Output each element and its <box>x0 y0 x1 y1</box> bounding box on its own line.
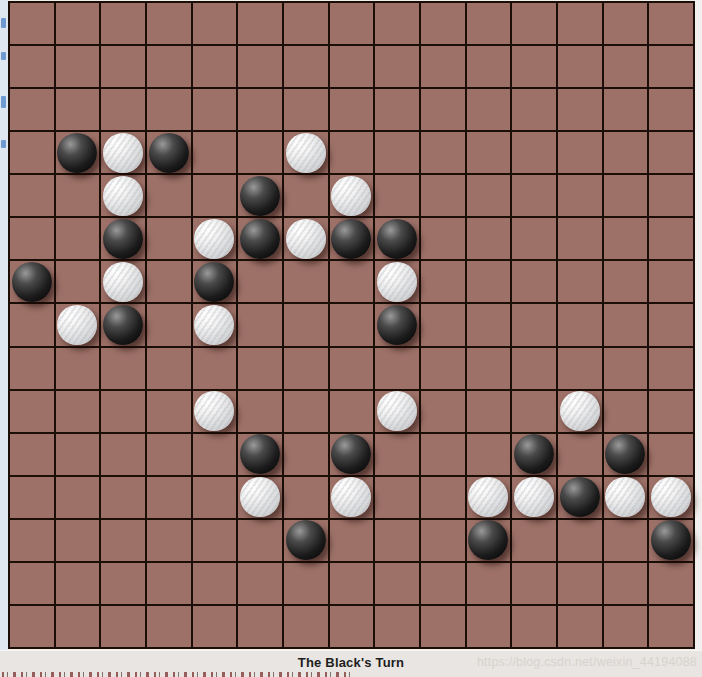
board-cell[interactable] <box>147 391 191 432</box>
board-cell[interactable] <box>558 261 602 302</box>
board-cell[interactable] <box>193 563 237 604</box>
board-cell[interactable] <box>375 3 419 44</box>
board-cell[interactable] <box>193 175 237 216</box>
board-cell[interactable] <box>147 3 191 44</box>
white-stone <box>103 262 143 302</box>
board-cell[interactable] <box>558 3 602 44</box>
board-cell[interactable] <box>421 520 465 561</box>
board-cell[interactable] <box>421 304 465 345</box>
board-cell[interactable] <box>649 304 693 345</box>
board-cell[interactable] <box>10 175 54 216</box>
board-cell[interactable] <box>238 89 282 130</box>
board-cell[interactable] <box>56 3 100 44</box>
board-cell[interactable] <box>330 434 374 475</box>
board-cell[interactable] <box>56 218 100 259</box>
white-stone <box>194 391 234 431</box>
board-cell[interactable] <box>558 477 602 518</box>
board-cell[interactable] <box>421 132 465 173</box>
board-cell[interactable] <box>604 218 648 259</box>
board-cell[interactable] <box>238 46 282 87</box>
board-cell[interactable] <box>284 520 328 561</box>
window-left-edge <box>0 0 8 677</box>
board-cell[interactable] <box>649 434 693 475</box>
board-cell[interactable] <box>421 563 465 604</box>
white-stone <box>194 219 234 259</box>
board-cell[interactable] <box>101 391 145 432</box>
board-cell[interactable] <box>238 132 282 173</box>
board-cell[interactable] <box>147 175 191 216</box>
board-cell[interactable] <box>10 477 54 518</box>
board-cell[interactable] <box>467 520 511 561</box>
black-stone <box>605 434 645 474</box>
white-stone <box>468 477 508 517</box>
board-cell[interactable] <box>512 89 556 130</box>
board-cell[interactable] <box>284 3 328 44</box>
board-cell[interactable] <box>56 391 100 432</box>
board-cell[interactable] <box>604 477 648 518</box>
board-cell[interactable] <box>10 348 54 389</box>
board-cell[interactable] <box>375 261 419 302</box>
board-cell[interactable] <box>649 563 693 604</box>
board-cell[interactable] <box>330 218 374 259</box>
board-cell[interactable] <box>284 132 328 173</box>
black-stone <box>194 262 234 302</box>
board-cell[interactable] <box>10 520 54 561</box>
board-cell[interactable] <box>10 46 54 87</box>
board-cell[interactable] <box>467 89 511 130</box>
game-board <box>8 1 695 649</box>
black-stone <box>240 434 280 474</box>
board-cell[interactable] <box>512 434 556 475</box>
board-cell[interactable] <box>604 563 648 604</box>
csdn-watermark-text: https://blog.csdn.net/weixin_44194088 <box>477 655 697 669</box>
board-cell[interactable] <box>193 132 237 173</box>
board-cell[interactable] <box>330 304 374 345</box>
board-cell[interactable] <box>147 606 191 647</box>
board-cell[interactable] <box>649 3 693 44</box>
board-cell[interactable] <box>56 89 100 130</box>
black-stone <box>286 520 326 560</box>
board-cell[interactable] <box>375 304 419 345</box>
board-cell[interactable] <box>512 218 556 259</box>
board-cell[interactable] <box>56 46 100 87</box>
black-stone <box>103 219 143 259</box>
board-cell[interactable] <box>375 89 419 130</box>
board-cell[interactable] <box>604 46 648 87</box>
board-cell[interactable] <box>193 304 237 345</box>
board-cell[interactable] <box>467 132 511 173</box>
board-cell[interactable] <box>10 218 54 259</box>
white-stone <box>103 176 143 216</box>
board-cell[interactable] <box>649 477 693 518</box>
board-cell[interactable] <box>467 46 511 87</box>
white-stone <box>651 477 691 517</box>
board-cell[interactable] <box>649 520 693 561</box>
board-cell[interactable] <box>512 563 556 604</box>
board-cell[interactable] <box>604 3 648 44</box>
white-stone <box>286 219 326 259</box>
board-cell[interactable] <box>101 606 145 647</box>
board-cell[interactable] <box>604 520 648 561</box>
board-cell[interactable] <box>147 89 191 130</box>
board-cell[interactable] <box>604 434 648 475</box>
board-cell[interactable] <box>421 434 465 475</box>
board-cell[interactable] <box>649 132 693 173</box>
board-cell[interactable] <box>238 563 282 604</box>
board-cell[interactable] <box>330 175 374 216</box>
board-cell[interactable] <box>10 261 54 302</box>
board-cell[interactable] <box>375 175 419 216</box>
board-cell[interactable] <box>147 46 191 87</box>
board-cell[interactable] <box>421 46 465 87</box>
board-cell[interactable] <box>147 132 191 173</box>
board-cell[interactable] <box>10 563 54 604</box>
board-cell[interactable] <box>649 46 693 87</box>
left-edge-mark <box>1 18 6 28</box>
board-cell[interactable] <box>330 477 374 518</box>
white-stone <box>560 391 600 431</box>
board-cell[interactable] <box>238 218 282 259</box>
board-cell[interactable] <box>56 261 100 302</box>
board-cell[interactable] <box>56 304 100 345</box>
board-cell[interactable] <box>649 218 693 259</box>
black-stone <box>651 520 691 560</box>
board-cell[interactable] <box>193 477 237 518</box>
black-stone <box>149 133 189 173</box>
board-cell[interactable] <box>193 391 237 432</box>
board-cell[interactable] <box>512 46 556 87</box>
board-cell[interactable] <box>421 477 465 518</box>
board-cell[interactable] <box>375 563 419 604</box>
board-cell[interactable] <box>56 132 100 173</box>
board-cell[interactable] <box>330 46 374 87</box>
board-cell[interactable] <box>512 348 556 389</box>
board-cell[interactable] <box>604 606 648 647</box>
board-cell[interactable] <box>558 304 602 345</box>
board-cell[interactable] <box>101 348 145 389</box>
board-cell[interactable] <box>421 89 465 130</box>
board-cell[interactable] <box>649 89 693 130</box>
board-cell[interactable] <box>284 46 328 87</box>
black-stone <box>103 305 143 345</box>
board-cell[interactable] <box>467 563 511 604</box>
board-cell[interactable] <box>238 434 282 475</box>
board-cell[interactable] <box>375 520 419 561</box>
board-cell[interactable] <box>238 477 282 518</box>
board-cell[interactable] <box>649 606 693 647</box>
board-cell[interactable] <box>284 348 328 389</box>
black-stone <box>240 176 280 216</box>
board-cell[interactable] <box>421 218 465 259</box>
white-stone <box>331 176 371 216</box>
board-cell[interactable] <box>56 348 100 389</box>
board-cell[interactable] <box>512 477 556 518</box>
board-cell[interactable] <box>604 261 648 302</box>
board-cell[interactable] <box>421 175 465 216</box>
clipped-text-remnant <box>2 672 354 677</box>
board-cell[interactable] <box>558 606 602 647</box>
board-cell[interactable] <box>558 132 602 173</box>
board-cell[interactable] <box>10 391 54 432</box>
board-cell[interactable] <box>512 3 556 44</box>
board-cell[interactable] <box>330 261 374 302</box>
board-cell[interactable] <box>604 89 648 130</box>
board-cell[interactable] <box>238 304 282 345</box>
board-cell[interactable] <box>467 348 511 389</box>
white-stone <box>605 477 645 517</box>
board-cell[interactable] <box>147 563 191 604</box>
board-cell[interactable] <box>558 563 602 604</box>
board-cell[interactable] <box>101 175 145 216</box>
board-cell[interactable] <box>284 606 328 647</box>
board-cell[interactable] <box>101 132 145 173</box>
board-cell[interactable] <box>193 434 237 475</box>
board-cell[interactable] <box>56 434 100 475</box>
left-edge-mark <box>1 52 6 60</box>
board-cell[interactable] <box>101 3 145 44</box>
board-cell[interactable] <box>238 261 282 302</box>
board-cell[interactable] <box>330 606 374 647</box>
board-cell[interactable] <box>604 132 648 173</box>
board-cell[interactable] <box>375 434 419 475</box>
board-cell[interactable] <box>101 477 145 518</box>
board-cell[interactable] <box>101 434 145 475</box>
board-cell[interactable] <box>467 304 511 345</box>
black-stone <box>377 219 417 259</box>
board-cell[interactable] <box>147 348 191 389</box>
black-stone <box>331 219 371 259</box>
board-cell[interactable] <box>284 477 328 518</box>
board-cell[interactable] <box>284 434 328 475</box>
board-cell[interactable] <box>56 563 100 604</box>
board-cell[interactable] <box>10 89 54 130</box>
black-stone <box>377 305 417 345</box>
board-cell[interactable] <box>330 132 374 173</box>
board-cell[interactable] <box>284 563 328 604</box>
board-cell[interactable] <box>558 89 602 130</box>
board-cell[interactable] <box>604 391 648 432</box>
board-cell[interactable] <box>421 3 465 44</box>
board-cell[interactable] <box>421 391 465 432</box>
left-edge-mark <box>1 96 6 108</box>
board-cell[interactable] <box>467 434 511 475</box>
board-cell[interactable] <box>101 261 145 302</box>
board-cell[interactable] <box>467 175 511 216</box>
board-cell[interactable] <box>284 304 328 345</box>
board-cell[interactable] <box>147 477 191 518</box>
board-cell[interactable] <box>193 3 237 44</box>
white-stone <box>194 305 234 345</box>
white-stone <box>331 477 371 517</box>
board-cell[interactable] <box>604 304 648 345</box>
board-cell[interactable] <box>193 348 237 389</box>
board-cell[interactable] <box>238 175 282 216</box>
board-cell[interactable] <box>238 606 282 647</box>
white-stone <box>286 133 326 173</box>
board-cell[interactable] <box>10 434 54 475</box>
left-edge-mark <box>1 140 6 148</box>
board-cell[interactable] <box>238 3 282 44</box>
window-right-edge <box>695 0 702 650</box>
board-cell[interactable] <box>375 606 419 647</box>
black-stone <box>468 520 508 560</box>
white-stone <box>103 133 143 173</box>
black-stone <box>331 434 371 474</box>
board-cell[interactable] <box>467 606 511 647</box>
board-cell[interactable] <box>101 520 145 561</box>
board-cell[interactable] <box>147 434 191 475</box>
board-cell[interactable] <box>421 348 465 389</box>
board-cell[interactable] <box>56 477 100 518</box>
board-cell[interactable] <box>512 304 556 345</box>
board-cell[interactable] <box>284 89 328 130</box>
board-cell[interactable] <box>238 348 282 389</box>
board-cell[interactable] <box>558 175 602 216</box>
board-cell[interactable] <box>558 218 602 259</box>
board-cell[interactable] <box>375 477 419 518</box>
board-cell[interactable] <box>10 606 54 647</box>
board-cell[interactable] <box>558 391 602 432</box>
board-cell[interactable] <box>330 391 374 432</box>
black-stone <box>240 219 280 259</box>
board-cell[interactable] <box>284 218 328 259</box>
black-stone <box>560 477 600 517</box>
board-cell[interactable] <box>147 261 191 302</box>
board-cell[interactable] <box>467 261 511 302</box>
board-cell[interactable] <box>193 46 237 87</box>
board-cell[interactable] <box>10 3 54 44</box>
board-cell[interactable] <box>512 261 556 302</box>
board-cell[interactable] <box>330 348 374 389</box>
board-cell[interactable] <box>147 304 191 345</box>
board-cell[interactable] <box>512 606 556 647</box>
board-cell[interactable] <box>604 175 648 216</box>
board-cell[interactable] <box>558 348 602 389</box>
board-cell[interactable] <box>147 218 191 259</box>
board-cell[interactable] <box>284 175 328 216</box>
board-cell[interactable] <box>604 348 648 389</box>
board-cell[interactable] <box>649 175 693 216</box>
board-cell[interactable] <box>193 520 237 561</box>
white-stone <box>57 305 97 345</box>
board-cell[interactable] <box>558 520 602 561</box>
board-cell[interactable] <box>649 348 693 389</box>
board-cell[interactable] <box>193 89 237 130</box>
board-cell[interactable] <box>56 175 100 216</box>
board-cell[interactable] <box>330 520 374 561</box>
board-cell[interactable] <box>512 175 556 216</box>
board-cell[interactable] <box>512 391 556 432</box>
board-cell[interactable] <box>421 261 465 302</box>
board-cell[interactable] <box>330 3 374 44</box>
board-cell[interactable] <box>649 391 693 432</box>
board-cell[interactable] <box>10 304 54 345</box>
board-cell[interactable] <box>558 46 602 87</box>
white-stone <box>240 477 280 517</box>
board-cell[interactable] <box>193 261 237 302</box>
board-cell[interactable] <box>512 520 556 561</box>
board-cell[interactable] <box>147 520 191 561</box>
board-cell[interactable] <box>421 606 465 647</box>
board-cell[interactable] <box>193 606 237 647</box>
board-cell[interactable] <box>375 218 419 259</box>
board-cell[interactable] <box>193 218 237 259</box>
board-cell[interactable] <box>467 477 511 518</box>
board-cell[interactable] <box>10 132 54 173</box>
board-cell[interactable] <box>558 434 602 475</box>
black-stone <box>12 262 52 302</box>
board-cell[interactable] <box>375 46 419 87</box>
board-cell[interactable] <box>284 261 328 302</box>
board-cell[interactable] <box>56 520 100 561</box>
board-cell[interactable] <box>101 89 145 130</box>
board-cell[interactable] <box>101 304 145 345</box>
board-cell[interactable] <box>375 348 419 389</box>
board-cell[interactable] <box>512 132 556 173</box>
white-stone <box>514 477 554 517</box>
board-cell[interactable] <box>101 46 145 87</box>
board-cell[interactable] <box>375 391 419 432</box>
black-stone <box>514 434 554 474</box>
board-cell[interactable] <box>467 218 511 259</box>
white-stone <box>377 262 417 302</box>
board-cell[interactable] <box>467 3 511 44</box>
board-cell[interactable] <box>330 563 374 604</box>
black-stone <box>57 133 97 173</box>
board-cell[interactable] <box>101 563 145 604</box>
board-cell[interactable] <box>649 261 693 302</box>
white-stone <box>377 391 417 431</box>
gomoku-window: The Black's Turn https://blog.csdn.net/w… <box>0 0 702 677</box>
board-cell[interactable] <box>101 218 145 259</box>
board-cell[interactable] <box>56 606 100 647</box>
board-cell[interactable] <box>284 391 328 432</box>
board-cell[interactable] <box>375 132 419 173</box>
board-cell[interactable] <box>467 391 511 432</box>
board-cell[interactable] <box>238 391 282 432</box>
board-cell[interactable] <box>330 89 374 130</box>
board-cell[interactable] <box>238 520 282 561</box>
